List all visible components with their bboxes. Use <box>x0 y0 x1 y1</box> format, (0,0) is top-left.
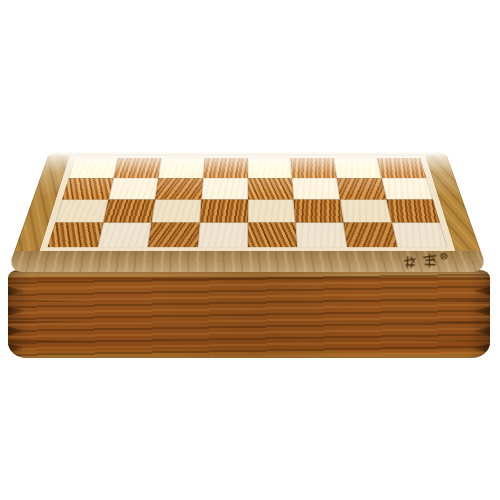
finger-joint-right <box>475 286 490 296</box>
board-cell <box>203 158 248 178</box>
board-cell <box>344 223 398 248</box>
board-cell <box>148 223 200 248</box>
board-cell <box>387 199 440 222</box>
board-cell <box>108 178 158 199</box>
board-cell <box>158 158 204 178</box>
finger-joint-left <box>8 343 23 353</box>
product-photo: 御聖® <box>0 0 500 500</box>
board-cell <box>198 223 248 248</box>
finger-joint-right <box>475 306 490 316</box>
board-cell <box>377 158 426 178</box>
board-cell <box>291 158 337 178</box>
board-cell <box>55 199 108 222</box>
checker-grid <box>48 158 448 247</box>
board-cell <box>69 158 118 178</box>
board-cell <box>155 178 203 199</box>
board-cell <box>294 199 344 222</box>
board-cell <box>334 158 382 178</box>
board-cell <box>337 178 387 199</box>
board-cell <box>199 199 247 222</box>
finger-joint-right <box>475 326 490 336</box>
finger-joint-left <box>8 286 23 296</box>
board-cell <box>248 158 293 178</box>
board-cell <box>248 223 298 248</box>
finger-joint-left <box>8 326 23 336</box>
maple-inlay-border <box>40 155 456 250</box>
board-cell <box>392 223 448 248</box>
board-cell <box>98 223 152 248</box>
board-cell <box>48 223 104 248</box>
box-seam-line <box>8 340 490 342</box>
board-cell <box>292 178 340 199</box>
finger-joint-right <box>475 343 490 353</box>
box-seam-line <box>8 321 490 323</box>
box-front-face <box>8 270 490 358</box>
board-cell <box>62 178 113 199</box>
board-cell <box>296 223 348 248</box>
board-cell <box>340 199 392 222</box>
board-cell <box>113 158 161 178</box>
board-cell <box>201 178 247 199</box>
board-cell <box>151 199 201 222</box>
board-cell <box>248 199 296 222</box>
finger-joint-left <box>8 306 23 316</box>
box-seam-line <box>8 300 490 302</box>
board-cell <box>103 199 155 222</box>
board-cell <box>248 178 294 199</box>
board-cell <box>382 178 433 199</box>
